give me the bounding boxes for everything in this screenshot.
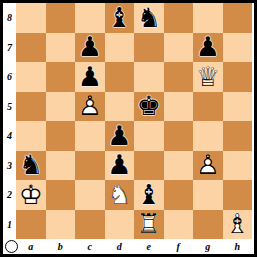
square-d1[interactable] [105, 210, 135, 240]
square-e2[interactable]: ♝ [134, 180, 164, 210]
square-c3[interactable] [75, 151, 105, 181]
square-b2[interactable] [46, 180, 76, 210]
square-d7[interactable] [105, 33, 135, 63]
square-f7[interactable] [164, 33, 194, 63]
square-d6[interactable] [105, 62, 135, 92]
square-c8[interactable] [75, 3, 105, 33]
square-d5[interactable] [105, 92, 135, 122]
square-g4[interactable] [193, 121, 223, 151]
square-a3[interactable]: ♞ [16, 151, 46, 181]
square-d8[interactable]: ♝ [105, 3, 135, 33]
white-pawn-icon: ♙ [78, 92, 102, 119]
rank-label-7: 7 [3, 33, 16, 63]
white-queen-icon: ♕ [196, 62, 220, 89]
file-label-c: c [75, 239, 105, 254]
black-knight-icon: ♞ [137, 3, 161, 30]
square-g2[interactable] [193, 180, 223, 210]
white-bishop-icon: ♗ [225, 210, 249, 237]
black-pawn-icon: ♟ [78, 62, 102, 89]
file-label-h: h [223, 239, 253, 254]
rank-label-2: 2 [3, 180, 16, 210]
square-a7[interactable] [16, 33, 46, 63]
black-pawn-icon: ♟ [107, 151, 131, 178]
black-pawn-icon: ♟ [196, 33, 220, 60]
square-h6[interactable] [223, 62, 253, 92]
square-f5[interactable] [164, 92, 194, 122]
file-label-b: b [46, 239, 76, 254]
square-f2[interactable] [164, 180, 194, 210]
square-b5[interactable] [46, 92, 76, 122]
square-g8[interactable] [193, 3, 223, 33]
square-f3[interactable] [164, 151, 194, 181]
piece-black-pawn-g7[interactable]: ♟ [193, 33, 223, 63]
piece-black-bishop-e2[interactable]: ♝ [134, 180, 164, 210]
rank-label-4: 4 [3, 121, 16, 151]
piece-black-knight-e8[interactable]: ♞ [134, 3, 164, 33]
black-bishop-icon: ♝ [107, 3, 131, 30]
square-a5[interactable] [16, 92, 46, 122]
rank-label-8: 8 [3, 3, 16, 33]
square-d4[interactable]: ♟ [105, 121, 135, 151]
square-c4[interactable] [75, 121, 105, 151]
black-king-icon: ♚ [137, 92, 161, 119]
rank-label-5: 5 [3, 92, 16, 122]
square-g7[interactable]: ♟ [193, 33, 223, 63]
square-a4[interactable] [16, 121, 46, 151]
black-knight-icon: ♞ [19, 151, 43, 178]
square-c2[interactable] [75, 180, 105, 210]
square-g3[interactable]: ♟♙ [193, 151, 223, 181]
square-f8[interactable] [164, 3, 194, 33]
file-label-a: a [16, 239, 46, 254]
square-g5[interactable] [193, 92, 223, 122]
piece-white-pawn-g3[interactable]: ♟♙ [193, 151, 223, 181]
piece-white-queen-g6[interactable]: ♛♕ [193, 62, 223, 92]
square-b1[interactable] [46, 210, 76, 240]
square-e5[interactable]: ♚ [134, 92, 164, 122]
piece-black-pawn-d4[interactable]: ♟ [105, 121, 135, 151]
piece-black-pawn-c6[interactable]: ♟ [75, 62, 105, 92]
black-pawn-icon: ♟ [78, 33, 102, 60]
square-h3[interactable] [223, 151, 253, 181]
square-h8[interactable] [223, 3, 253, 33]
white-to-move-indicator [5, 240, 18, 253]
black-pawn-icon: ♟ [107, 121, 131, 148]
chess-diagram: 87654321 ♝♞♟♟♟♛♕♟♙♚♟♞♟♟♙♚♔♞♘♝♜♖♝♗ abcdef… [0, 0, 257, 257]
square-e8[interactable]: ♞ [134, 3, 164, 33]
square-c7[interactable]: ♟ [75, 33, 105, 63]
square-g1[interactable] [193, 210, 223, 240]
file-label-g: g [193, 239, 223, 254]
piece-black-knight-a3[interactable]: ♞ [16, 151, 46, 181]
file-labels: abcdefgh [16, 239, 252, 254]
square-f1[interactable] [164, 210, 194, 240]
rank-label-1: 1 [3, 210, 16, 240]
square-f6[interactable] [164, 62, 194, 92]
piece-black-bishop-d8[interactable]: ♝ [105, 3, 135, 33]
square-c5[interactable]: ♟♙ [75, 92, 105, 122]
square-e6[interactable] [134, 62, 164, 92]
square-h4[interactable] [223, 121, 253, 151]
black-bishop-icon: ♝ [137, 180, 161, 207]
white-knight-icon: ♘ [107, 180, 131, 207]
square-h2[interactable] [223, 180, 253, 210]
white-rook-icon: ♖ [137, 210, 161, 237]
chess-board: ♝♞♟♟♟♛♕♟♙♚♟♞♟♟♙♚♔♞♘♝♜♖♝♗ [16, 3, 252, 239]
square-a8[interactable] [16, 3, 46, 33]
rank-labels: 87654321 [3, 3, 16, 239]
square-c1[interactable] [75, 210, 105, 240]
square-b3[interactable] [46, 151, 76, 181]
rank-label-3: 3 [3, 151, 16, 181]
square-b7[interactable] [46, 33, 76, 63]
square-g6[interactable]: ♛♕ [193, 62, 223, 92]
white-pawn-icon: ♙ [196, 151, 220, 178]
rank-label-6: 6 [3, 62, 16, 92]
square-a1[interactable] [16, 210, 46, 240]
square-b4[interactable] [46, 121, 76, 151]
square-e4[interactable] [134, 121, 164, 151]
square-a2[interactable]: ♚♔ [16, 180, 46, 210]
piece-black-pawn-d3[interactable]: ♟ [105, 151, 135, 181]
piece-white-knight-d2[interactable]: ♞♘ [105, 180, 135, 210]
square-a6[interactable] [16, 62, 46, 92]
file-label-f: f [164, 239, 194, 254]
file-label-d: d [105, 239, 135, 254]
white-king-icon: ♔ [19, 180, 43, 207]
piece-black-king-e5[interactable]: ♚ [134, 92, 164, 122]
square-b6[interactable] [46, 62, 76, 92]
square-e7[interactable] [134, 33, 164, 63]
square-b8[interactable] [46, 3, 76, 33]
piece-black-pawn-c7[interactable]: ♟ [75, 33, 105, 63]
piece-white-bishop-h1[interactable]: ♝♗ [223, 210, 253, 240]
square-e3[interactable] [134, 151, 164, 181]
piece-white-king-a2[interactable]: ♚♔ [16, 180, 46, 210]
square-h7[interactable] [223, 33, 253, 63]
square-e1[interactable]: ♜♖ [134, 210, 164, 240]
file-label-e: e [134, 239, 164, 254]
square-h1[interactable]: ♝♗ [223, 210, 253, 240]
square-c6[interactable]: ♟ [75, 62, 105, 92]
piece-white-rook-e1[interactable]: ♜♖ [134, 210, 164, 240]
square-d3[interactable]: ♟ [105, 151, 135, 181]
square-d2[interactable]: ♞♘ [105, 180, 135, 210]
square-f4[interactable] [164, 121, 194, 151]
square-h5[interactable] [223, 92, 253, 122]
piece-white-pawn-c5[interactable]: ♟♙ [75, 92, 105, 122]
